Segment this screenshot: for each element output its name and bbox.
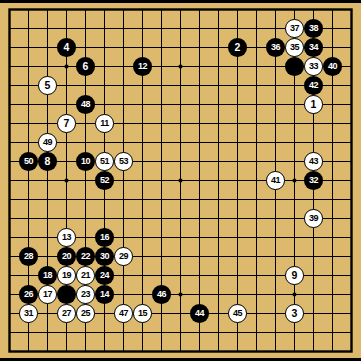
- stone-white-33: 33: [304, 57, 323, 76]
- stones-layer: 1234567891011121314151617181920212223242…: [0, 0, 361, 361]
- stone-black-10: 10: [76, 152, 95, 171]
- stone-black-26: 26: [19, 285, 38, 304]
- stone-white-5: 5: [38, 76, 57, 95]
- stone-black-38: 38: [304, 19, 323, 38]
- stone-black-34: 34: [304, 38, 323, 57]
- stone-white-27: 27: [57, 304, 76, 323]
- stone-white-3: 3: [285, 304, 304, 323]
- stone-black-44: 44: [190, 304, 209, 323]
- stone-white-29: 29: [114, 247, 133, 266]
- stone-white-11: 11: [95, 114, 114, 133]
- stone-white-25: 25: [76, 304, 95, 323]
- stone-black-6: 6: [76, 57, 95, 76]
- stone-black-handicap-D4: [57, 285, 76, 304]
- stone-black-14: 14: [95, 285, 114, 304]
- stone-white-47: 47: [114, 304, 133, 323]
- stone-white-51: 51: [95, 152, 114, 171]
- stone-white-49: 49: [38, 133, 57, 152]
- stone-white-45: 45: [228, 304, 247, 323]
- go-kifu-diagram: 1234567891011121314151617181920212223242…: [0, 0, 361, 361]
- stone-white-37: 37: [285, 19, 304, 38]
- stone-black-24: 24: [95, 266, 114, 285]
- stone-white-9: 9: [285, 266, 304, 285]
- stone-black-2: 2: [228, 38, 247, 57]
- stone-black-48: 48: [76, 95, 95, 114]
- stone-white-17: 17: [38, 285, 57, 304]
- stone-white-43: 43: [304, 152, 323, 171]
- stone-black-42: 42: [304, 76, 323, 95]
- stone-black-46: 46: [152, 285, 171, 304]
- stone-black-handicap-Q16: [285, 57, 304, 76]
- stone-white-39: 39: [304, 209, 323, 228]
- stone-white-35: 35: [285, 38, 304, 57]
- stone-white-23: 23: [76, 285, 95, 304]
- stone-black-40: 40: [323, 57, 342, 76]
- stone-white-53: 53: [114, 152, 133, 171]
- stone-white-1: 1: [304, 95, 323, 114]
- stone-white-13: 13: [57, 228, 76, 247]
- stone-white-21: 21: [76, 266, 95, 285]
- stone-black-36: 36: [266, 38, 285, 57]
- stone-black-30: 30: [95, 247, 114, 266]
- stone-black-8: 8: [38, 152, 57, 171]
- stone-black-28: 28: [19, 247, 38, 266]
- stone-white-31: 31: [19, 304, 38, 323]
- stone-white-19: 19: [57, 266, 76, 285]
- stone-black-52: 52: [95, 171, 114, 190]
- stone-white-41: 41: [266, 171, 285, 190]
- stone-black-4: 4: [57, 38, 76, 57]
- stone-black-32: 32: [304, 171, 323, 190]
- stone-black-18: 18: [38, 266, 57, 285]
- stone-black-22: 22: [76, 247, 95, 266]
- stone-black-20: 20: [57, 247, 76, 266]
- stone-white-15: 15: [133, 304, 152, 323]
- stone-black-50: 50: [19, 152, 38, 171]
- stone-white-7: 7: [57, 114, 76, 133]
- stone-black-12: 12: [133, 57, 152, 76]
- stone-black-16: 16: [95, 228, 114, 247]
